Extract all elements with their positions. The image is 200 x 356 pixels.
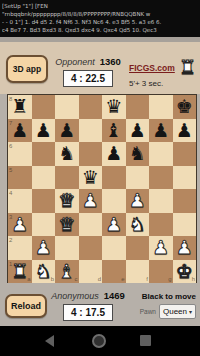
file-label: b — [51, 276, 54, 282]
pgn-line-1: [SetUp "1"] [FEN — [2, 2, 200, 10]
square-f7[interactable]: ♟ — [126, 119, 150, 143]
square-c6[interactable]: ♞ — [55, 142, 79, 166]
time-control: 5'+ 3 sec. — [129, 79, 181, 88]
recents-icon[interactable] — [140, 335, 151, 346]
square-h3[interactable] — [173, 213, 197, 237]
piece-black-knight[interactable]: ♞ — [129, 144, 146, 163]
piece-white-pawn[interactable]: ♟ — [11, 215, 28, 234]
player-panel: Reload Anonymous 1469 4 : 17.5 Black to … — [0, 283, 200, 326]
android-nav-bar — [0, 326, 200, 356]
square-e1[interactable]: e — [102, 260, 126, 284]
square-d8[interactable] — [79, 95, 103, 119]
site-info: FICGS.com 5'+ 3 sec. — [129, 57, 181, 88]
square-b8[interactable] — [32, 95, 56, 119]
opponent-panel: 3D app Opponent 1360 4 : 22.5 FICGS.com … — [0, 42, 200, 94]
square-a2[interactable]: 2 — [8, 236, 32, 260]
square-d5[interactable]: ♛ — [79, 166, 103, 190]
square-c7[interactable]: ♟ — [55, 119, 79, 143]
ficgs-link[interactable]: FICGS.com — [129, 63, 175, 73]
file-label: g — [168, 276, 171, 282]
square-c4[interactable]: ♛ — [55, 189, 79, 213]
piece-white-bishop[interactable]: ♝ — [58, 262, 75, 281]
square-g6[interactable] — [149, 142, 173, 166]
reload-button[interactable]: Reload — [5, 294, 47, 318]
square-f5[interactable] — [126, 166, 150, 190]
square-e3[interactable]: ♟ — [102, 213, 126, 237]
promotion-label: Pawn — [140, 308, 156, 315]
square-c2[interactable] — [55, 236, 79, 260]
square-c8[interactable] — [55, 95, 79, 119]
opponent-info: Opponent 1360 4 : 22.5 — [42, 56, 134, 87]
square-a1[interactable]: 1a♜ — [8, 260, 32, 284]
square-d6[interactable] — [79, 142, 103, 166]
square-g1[interactable]: g — [149, 260, 173, 284]
piece-white-pawn[interactable]: ♟ — [152, 238, 169, 257]
rank-label: 7 — [9, 120, 12, 126]
square-c1[interactable]: c♝ — [55, 260, 79, 284]
player-clock: 4 : 17.5 — [63, 304, 113, 321]
piece-white-knight[interactable]: ♞ — [35, 262, 52, 281]
square-b2[interactable]: ♟ — [32, 236, 56, 260]
file-label: h — [192, 276, 195, 282]
piece-white-queen[interactable]: ♛ — [58, 191, 75, 210]
square-b3[interactable] — [32, 213, 56, 237]
square-b7[interactable]: ♟ — [32, 119, 56, 143]
square-b6[interactable] — [32, 142, 56, 166]
square-e2[interactable] — [102, 236, 126, 260]
piece-black-queen[interactable]: ♛ — [82, 168, 99, 187]
square-g7[interactable]: ♟ — [149, 119, 173, 143]
square-a7[interactable]: 7♟ — [8, 119, 32, 143]
white-rook-icon: ♜ — [179, 58, 196, 77]
promotion-value: Queen — [163, 307, 187, 316]
rank-label: 4 — [9, 190, 12, 196]
file-label: f — [146, 276, 148, 282]
piece-black-bishop[interactable]: ♝ — [105, 121, 122, 140]
square-d1[interactable]: d — [79, 260, 103, 284]
square-c5[interactable] — [55, 166, 79, 190]
rank-label: 8 — [9, 96, 12, 102]
piece-black-queen[interactable]: ♛ — [105, 97, 122, 116]
square-f1[interactable]: f — [126, 260, 150, 284]
square-d2[interactable] — [79, 236, 103, 260]
opponent-label: Opponent — [55, 57, 95, 67]
piece-black-pawn[interactable]: ♟ — [152, 121, 169, 140]
square-h8[interactable]: ♚ — [173, 95, 197, 119]
square-a6[interactable]: 6 — [8, 142, 32, 166]
piece-white-queen[interactable]: ♛ — [58, 215, 75, 234]
piece-black-king[interactable]: ♚ — [176, 97, 193, 116]
square-h4[interactable] — [173, 189, 197, 213]
square-f2[interactable] — [126, 236, 150, 260]
square-g2[interactable]: ♟ — [149, 236, 173, 260]
piece-white-pawn[interactable]: ♟ — [129, 191, 146, 210]
square-a5[interactable]: 5 — [8, 166, 32, 190]
piece-white-pawn[interactable]: ♟ — [35, 238, 52, 257]
square-b1[interactable]: b♞ — [32, 260, 56, 284]
square-a4[interactable]: 4 — [8, 189, 32, 213]
file-label: c — [75, 276, 78, 282]
piece-black-pawn[interactable]: ♟ — [176, 121, 193, 140]
pgn-header: [SetUp "1"] [FEN "rnbqqbnk/pppppppp/8/8/… — [0, 0, 200, 37]
piece-white-king[interactable]: ♚ — [176, 262, 193, 281]
piece-black-pawn[interactable]: ♟ — [35, 121, 52, 140]
square-d7[interactable] — [79, 119, 103, 143]
square-a8[interactable]: 8♜ — [8, 95, 32, 119]
home-icon[interactable] — [92, 334, 106, 348]
player-label: Anonymous — [51, 291, 99, 301]
pgn-line-4: c4 Be7 7. Bd3 Bxd3 8. Qxd3 dxc4 9. Qxc4 … — [2, 26, 200, 34]
square-g5[interactable] — [149, 166, 173, 190]
opponent-clock: 4 : 22.5 — [63, 70, 113, 87]
promotion-dropdown[interactable]: Queen ▾ — [159, 304, 196, 319]
piece-black-pawn[interactable]: ♟ — [129, 121, 146, 140]
piece-white-pawn[interactable]: ♟ — [176, 238, 193, 257]
opponent-rating: 1360 — [100, 56, 121, 67]
square-h7[interactable]: ♟ — [173, 119, 197, 143]
square-e6[interactable]: ♟ — [102, 142, 126, 166]
square-f4[interactable]: ♟ — [126, 189, 150, 213]
piece-black-knight[interactable]: ♞ — [58, 144, 75, 163]
square-h1[interactable]: h♚ — [173, 260, 197, 284]
piece-white-knight[interactable]: ♞ — [129, 215, 146, 234]
square-b4[interactable] — [32, 189, 56, 213]
square-h5[interactable] — [173, 166, 197, 190]
square-g8[interactable] — [149, 95, 173, 119]
pgn-line-3: - - 0 1"] 1. d4 d5 2. f4 Nf6 3. Nf3 Nc6 … — [2, 18, 200, 26]
turn-status: Black to move — [136, 292, 196, 301]
back-icon[interactable] — [45, 335, 54, 347]
file-label: a — [27, 276, 30, 282]
square-h6[interactable] — [173, 142, 197, 166]
square-e5[interactable] — [102, 166, 126, 190]
square-a3[interactable]: 3♟ — [8, 213, 32, 237]
piece-white-pawn[interactable]: ♟ — [105, 215, 122, 234]
square-f3[interactable]: ♞ — [126, 213, 150, 237]
square-c3[interactable]: ♛ — [55, 213, 79, 237]
move-status-area: Black to move Pawn Queen ▾ — [136, 292, 196, 319]
square-d4[interactable]: ♟ — [79, 189, 103, 213]
app-screen: [SetUp "1"] [FEN "rnbqqbnk/pppppppp/8/8/… — [0, 0, 200, 356]
square-e7[interactable]: ♝ — [102, 119, 126, 143]
rank-label: 6 — [9, 143, 12, 149]
pgn-line-2: "rnbqqbnk/pppppppp/8/8/8/8/PPPPPPPP/RNBQ… — [2, 10, 200, 18]
square-g4[interactable] — [149, 189, 173, 213]
rank-label: 5 — [9, 167, 12, 173]
square-d3[interactable] — [79, 213, 103, 237]
square-f8[interactable] — [126, 95, 150, 119]
square-e8[interactable]: ♛ — [102, 95, 126, 119]
square-f6[interactable]: ♞ — [126, 142, 150, 166]
piece-black-pawn[interactable]: ♟ — [58, 121, 75, 140]
dropdown-arrow-icon: ▾ — [189, 308, 192, 315]
file-label: d — [98, 276, 101, 282]
piece-black-pawn[interactable]: ♟ — [105, 144, 122, 163]
rank-label: 3 — [9, 214, 12, 220]
player-rating: 1469 — [104, 290, 125, 301]
square-g3[interactable] — [149, 213, 173, 237]
square-e4[interactable] — [102, 189, 126, 213]
piece-black-rook[interactable]: ♜ — [11, 97, 28, 116]
square-b5[interactable] — [32, 166, 56, 190]
chess-board: 8♜♛♚7♟♟♟♝♟♟♟6♞♟♞5♛4♛♟♟3♟♛♟♞2♟♟♟1a♜b♞c♝de… — [7, 94, 197, 284]
player-info: Anonymous 1469 4 : 17.5 — [42, 290, 134, 321]
piece-white-pawn[interactable]: ♟ — [82, 191, 99, 210]
file-label: e — [121, 276, 124, 282]
piece-black-pawn[interactable]: ♟ — [11, 121, 28, 140]
piece-white-rook[interactable]: ♜ — [11, 262, 28, 281]
rank-label: 1 — [9, 261, 12, 267]
rank-label: 2 — [9, 237, 12, 243]
square-h2[interactable]: ♟ — [173, 236, 197, 260]
